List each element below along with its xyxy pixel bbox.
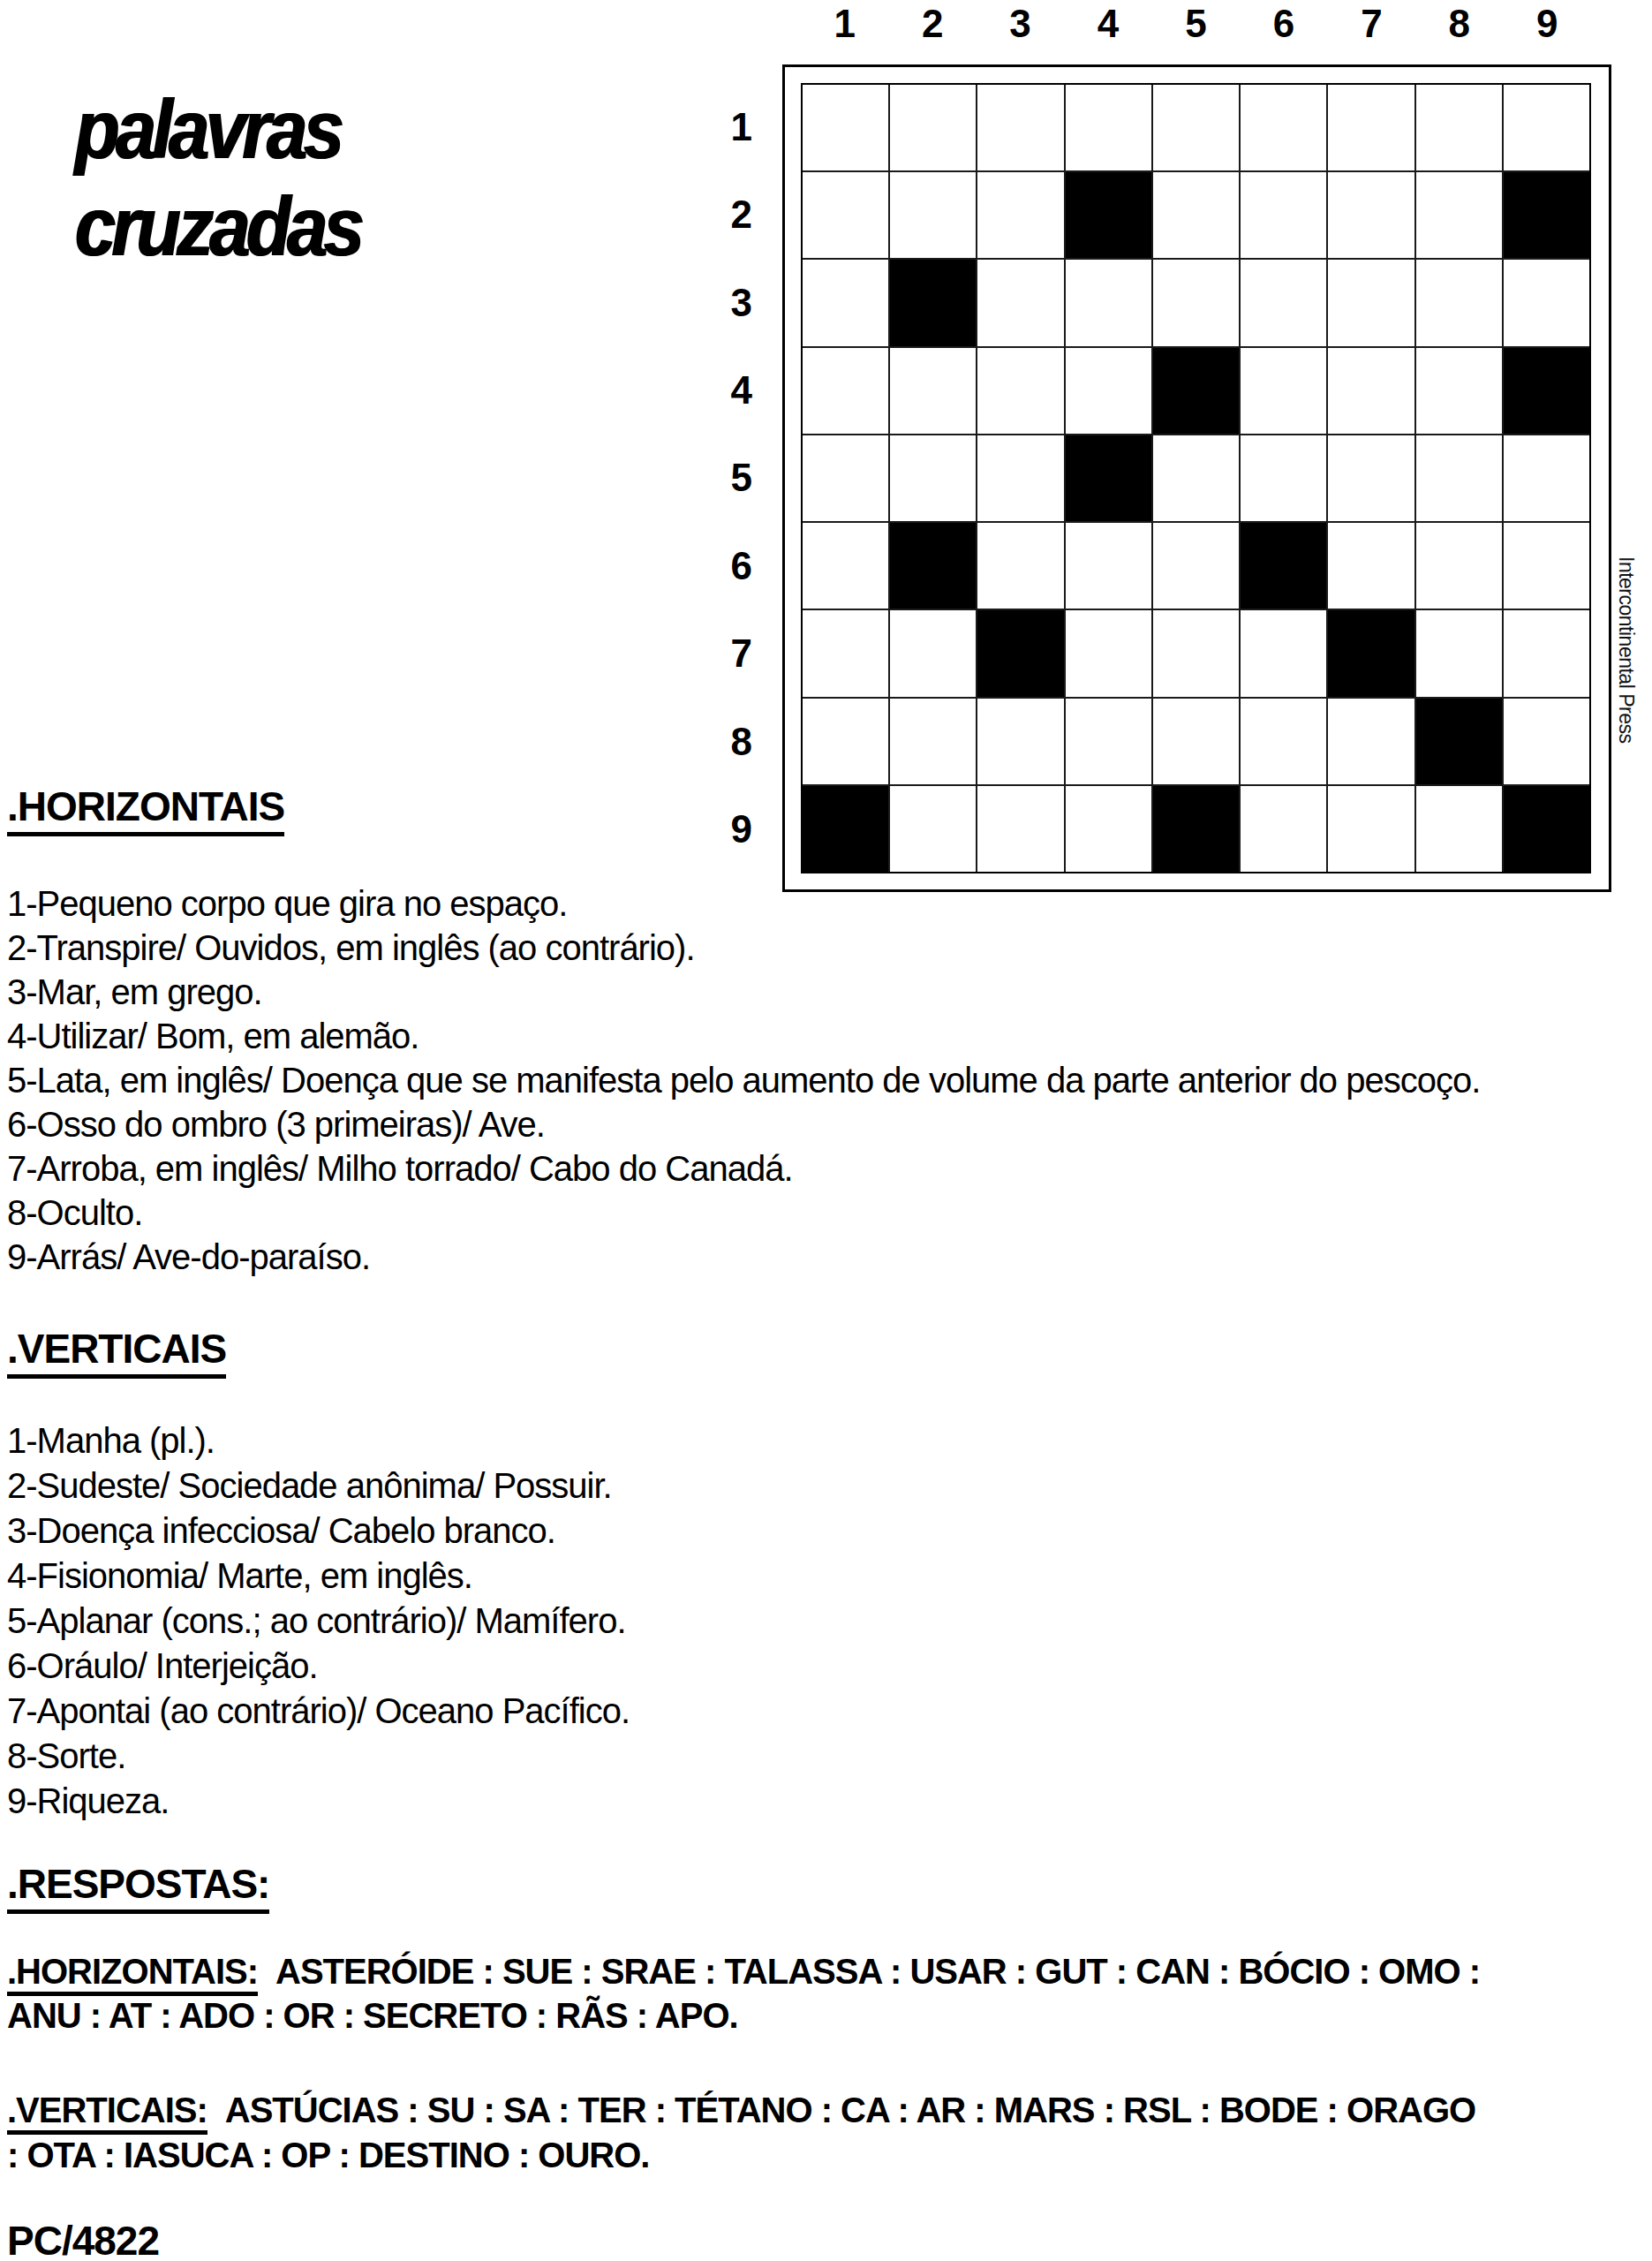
- cell-r3c6[interactable]: [1241, 260, 1326, 345]
- column-label-5: 5: [1152, 2, 1240, 46]
- cell-r6c6-black: [1241, 523, 1326, 609]
- cell-r6c2-black: [890, 523, 976, 609]
- cell-r1c5[interactable]: [1153, 85, 1239, 170]
- row-label-3: 3: [669, 259, 752, 346]
- verticais-heading: .VERTICAIS: [7, 1325, 226, 1379]
- row-label-1: 1: [669, 83, 752, 170]
- cell-r6c3[interactable]: [977, 523, 1063, 609]
- answers-verticais-label: .VERTICAIS:: [7, 2091, 207, 2135]
- cell-r8c7[interactable]: [1328, 699, 1414, 784]
- clue-horizontal-8: 8-Oculto.: [7, 1191, 1480, 1235]
- horizontais-clues: 1-Pequeno corpo que gira no espaço.2-Tra…: [7, 881, 1480, 1279]
- cell-r4c8[interactable]: [1416, 348, 1502, 434]
- column-labels: 123456789: [801, 2, 1591, 42]
- clue-vertical-6: 6-Oráulo/ Interjeição.: [7, 1644, 630, 1689]
- cell-r3c8[interactable]: [1416, 260, 1502, 345]
- cell-r7c4[interactable]: [1066, 610, 1151, 696]
- cell-r1c7[interactable]: [1328, 85, 1414, 170]
- cell-r8c8-black: [1416, 699, 1502, 784]
- page-title: palavras cruzadas: [74, 81, 359, 276]
- cell-r6c4[interactable]: [1066, 523, 1151, 609]
- cell-r8c3[interactable]: [977, 699, 1063, 784]
- cell-r3c1[interactable]: [803, 260, 888, 345]
- clue-horizontal-3: 3-Mar, em grego.: [7, 970, 1480, 1014]
- cell-r6c9[interactable]: [1504, 523, 1589, 609]
- cell-r8c1[interactable]: [803, 699, 888, 784]
- cell-r6c7[interactable]: [1328, 523, 1414, 609]
- answers-horizontais-label: .HORIZONTAIS:: [7, 1952, 258, 1996]
- cell-r6c8[interactable]: [1416, 523, 1502, 609]
- clue-horizontal-7: 7-Arroba, em inglês/ Milho torrado/ Cabo…: [7, 1146, 1480, 1191]
- cell-r9c6[interactable]: [1241, 786, 1326, 872]
- cell-r2c6[interactable]: [1241, 172, 1326, 258]
- cell-r5c1[interactable]: [803, 435, 888, 521]
- cell-r7c1[interactable]: [803, 610, 888, 696]
- cell-r9c9-black: [1504, 786, 1589, 872]
- clue-vertical-2: 2-Sudeste/ Sociedade anônima/ Possuir.: [7, 1463, 630, 1509]
- cell-r8c6[interactable]: [1241, 699, 1326, 784]
- cell-r2c5[interactable]: [1153, 172, 1239, 258]
- cell-r5c4-black: [1066, 435, 1151, 521]
- cell-r9c5-black: [1153, 786, 1239, 872]
- cell-r7c8[interactable]: [1416, 610, 1502, 696]
- cell-r1c1[interactable]: [803, 85, 888, 170]
- answers-horizontais-text1: ASTERÓIDE : SUE : SRAE : TALASSA : USAR …: [275, 1952, 1480, 1991]
- clue-horizontal-4: 4-Utilizar/ Bom, em alemão.: [7, 1014, 1480, 1058]
- page: palavras cruzadas 123456789 123456789 In…: [0, 0, 1652, 2261]
- crossword-grid: [801, 83, 1591, 873]
- publisher-credit: Intercontinental Press: [1614, 556, 1638, 743]
- cell-r5c2[interactable]: [890, 435, 976, 521]
- cell-r2c3[interactable]: [977, 172, 1063, 258]
- puzzle-code: PC/4822: [7, 2217, 159, 2261]
- cell-r5c7[interactable]: [1328, 435, 1414, 521]
- cell-r8c2[interactable]: [890, 699, 976, 784]
- cell-r4c3[interactable]: [977, 348, 1063, 434]
- cell-r1c9[interactable]: [1504, 85, 1589, 170]
- row-label-4: 4: [669, 346, 752, 434]
- cell-r7c6[interactable]: [1241, 610, 1326, 696]
- answers-horizontais-line1: .HORIZONTAIS:ASTERÓIDE : SUE : SRAE : TA…: [7, 1952, 1480, 1992]
- horizontais-heading: .HORIZONTAIS: [7, 783, 284, 836]
- cell-r7c5[interactable]: [1153, 610, 1239, 696]
- cell-r3c9[interactable]: [1504, 260, 1589, 345]
- answers-verticais-line1: .VERTICAIS:ASTÚCIAS : SU : SA : TER : TÉ…: [7, 2091, 1475, 2130]
- cell-r3c7[interactable]: [1328, 260, 1414, 345]
- row-label-2: 2: [669, 170, 752, 258]
- verticais-clues: 1-Manha (pl.).2-Sudeste/ Sociedade anôni…: [7, 1418, 630, 1824]
- column-label-7: 7: [1328, 2, 1415, 46]
- cell-r1c6[interactable]: [1241, 85, 1326, 170]
- column-label-8: 8: [1415, 2, 1503, 46]
- answers-horizontais-line2: ANU : AT : ADO : OR : SECRETO : RÃS : AP…: [7, 1996, 738, 2036]
- cell-r3c2-black: [890, 260, 976, 345]
- clue-vertical-4: 4-Fisionomia/ Marte, em inglês.: [7, 1554, 630, 1599]
- column-label-9: 9: [1504, 2, 1591, 46]
- cell-r5c5[interactable]: [1153, 435, 1239, 521]
- cell-r5c8[interactable]: [1416, 435, 1502, 521]
- row-label-9: 9: [669, 786, 752, 873]
- cell-r2c9-black: [1504, 172, 1589, 258]
- cell-r1c4[interactable]: [1066, 85, 1151, 170]
- page-title-line2: cruzadas: [74, 178, 359, 276]
- clue-horizontal-5: 5-Lata, em inglês/ Doença que se manifes…: [7, 1058, 1480, 1102]
- clue-horizontal-6: 6-Osso do ombro (3 primeiras)/ Ave.: [7, 1102, 1480, 1146]
- cell-r4c5-black: [1153, 348, 1239, 434]
- cell-r8c9[interactable]: [1504, 699, 1589, 784]
- answers-verticais-line2: : OTA : IASUCA : OP : DESTINO : OURO.: [7, 2136, 649, 2175]
- cell-r4c1[interactable]: [803, 348, 888, 434]
- cell-r7c3-black: [977, 610, 1063, 696]
- cell-r2c2[interactable]: [890, 172, 976, 258]
- respostas-heading: .RESPOSTAS:: [7, 1860, 269, 1914]
- cell-r7c9[interactable]: [1504, 610, 1589, 696]
- row-label-6: 6: [669, 522, 752, 609]
- column-label-6: 6: [1240, 2, 1327, 46]
- clue-horizontal-9: 9-Arrás/ Ave-do-paraíso.: [7, 1235, 1480, 1279]
- cell-r5c9[interactable]: [1504, 435, 1589, 521]
- column-label-4: 4: [1064, 2, 1151, 46]
- clue-vertical-7: 7-Apontai (ao contrário)/ Oceano Pacífic…: [7, 1689, 630, 1734]
- cell-r5c6[interactable]: [1241, 435, 1326, 521]
- row-labels: 123456789: [669, 83, 752, 873]
- row-label-7: 7: [669, 610, 752, 698]
- cell-r2c7[interactable]: [1328, 172, 1414, 258]
- cell-r7c2[interactable]: [890, 610, 976, 696]
- row-label-8: 8: [669, 698, 752, 785]
- cell-r1c8[interactable]: [1416, 85, 1502, 170]
- cell-r4c7[interactable]: [1328, 348, 1414, 434]
- cell-r5c3[interactable]: [977, 435, 1063, 521]
- cell-r1c3[interactable]: [977, 85, 1063, 170]
- clue-vertical-1: 1-Manha (pl.).: [7, 1418, 630, 1463]
- column-label-1: 1: [801, 2, 888, 46]
- answers-verticais-text1: ASTÚCIAS : SU : SA : TER : TÉTANO : CA :…: [225, 2091, 1475, 2129]
- cell-r2c4-black: [1066, 172, 1151, 258]
- cell-r7c7-black: [1328, 610, 1414, 696]
- cell-r2c1[interactable]: [803, 172, 888, 258]
- cell-r9c2[interactable]: [890, 786, 976, 872]
- column-label-3: 3: [977, 2, 1064, 46]
- cell-r3c4[interactable]: [1066, 260, 1151, 345]
- cell-r9c1-black: [803, 786, 888, 872]
- cell-r9c8[interactable]: [1416, 786, 1502, 872]
- clue-vertical-8: 8-Sorte.: [7, 1734, 630, 1779]
- cell-r4c2[interactable]: [890, 348, 976, 434]
- cell-r6c1[interactable]: [803, 523, 888, 609]
- column-label-2: 2: [888, 2, 976, 46]
- cell-r9c7[interactable]: [1328, 786, 1414, 872]
- cell-r1c2[interactable]: [890, 85, 976, 170]
- cell-r2c8[interactable]: [1416, 172, 1502, 258]
- page-title-line1: palavras: [74, 81, 359, 178]
- clue-vertical-5: 5-Aplanar (cons.; ao contrário)/ Mamífer…: [7, 1599, 630, 1644]
- cell-r9c4[interactable]: [1066, 786, 1151, 872]
- cell-r4c4[interactable]: [1066, 348, 1151, 434]
- row-label-5: 5: [669, 435, 752, 522]
- cell-r3c3[interactable]: [977, 260, 1063, 345]
- cell-r3c5[interactable]: [1153, 260, 1239, 345]
- clue-horizontal-2: 2-Transpire/ Ouvidos, em inglês (ao cont…: [7, 926, 1480, 970]
- cell-r4c6[interactable]: [1241, 348, 1326, 434]
- clue-horizontal-1: 1-Pequeno corpo que gira no espaço.: [7, 881, 1480, 926]
- clue-vertical-3: 3-Doença infecciosa/ Cabelo branco.: [7, 1509, 630, 1554]
- cell-r9c3[interactable]: [977, 786, 1063, 872]
- cell-r6c5[interactable]: [1153, 523, 1239, 609]
- cell-r4c9-black: [1504, 348, 1589, 434]
- clue-vertical-9: 9-Riqueza.: [7, 1779, 630, 1824]
- cell-r8c4[interactable]: [1066, 699, 1151, 784]
- cell-r8c5[interactable]: [1153, 699, 1239, 784]
